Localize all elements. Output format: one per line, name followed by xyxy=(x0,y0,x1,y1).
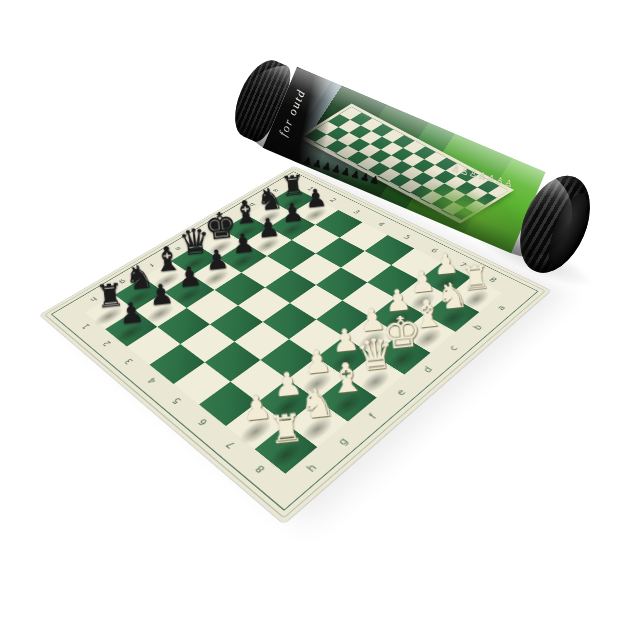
coord-label-text: 6 xyxy=(196,417,210,428)
coord-label-text: h xyxy=(304,462,319,474)
piece-glyph: ♟ xyxy=(230,231,256,259)
coord-label-text: 7 xyxy=(223,439,238,450)
piece-glyph: ♜ xyxy=(267,409,305,451)
coord-label-text: f xyxy=(366,411,378,420)
piece-glyph: ♟ xyxy=(280,200,305,227)
coord-label-text: g xyxy=(335,435,350,446)
piece-glyph: ♟ xyxy=(204,247,231,276)
piece-glyph: ♟ xyxy=(176,263,203,293)
piece-glyph: ♟ xyxy=(256,215,281,243)
piece-glyph: ♟ xyxy=(147,281,175,311)
piece-glyph: ♞ xyxy=(298,382,338,425)
coord-label-text: 3 xyxy=(122,357,135,366)
coord-label-text: 4 xyxy=(145,376,158,386)
coord-label-text: 2 xyxy=(328,197,338,203)
coord-label-text: 4 xyxy=(376,221,387,228)
coord-label-text: 8 xyxy=(252,463,267,475)
piece-glyph: ♟ xyxy=(304,186,328,213)
coord-label-text: e xyxy=(393,387,407,397)
coord-label-text: d xyxy=(420,365,434,374)
coord-label-text: b xyxy=(470,323,483,332)
coord-label-text: 2 xyxy=(100,339,113,348)
coord-label-text: c xyxy=(446,343,459,352)
product-photo: hgfedcba1♜♞♝♛♚♝♞♜12♟♟♟♟♟♟♟♟2334455667♟♟♟… xyxy=(0,0,618,618)
coord-label-text: a xyxy=(494,303,507,311)
coord-label-text: 5 xyxy=(170,396,184,406)
coord-label-text: 5 xyxy=(402,234,413,241)
piece-glyph: ♟ xyxy=(117,299,145,330)
coord-label-text: 3 xyxy=(352,209,363,215)
tube-label-white-pieces: ♙♙♙♙♙♙♙ xyxy=(451,163,515,189)
